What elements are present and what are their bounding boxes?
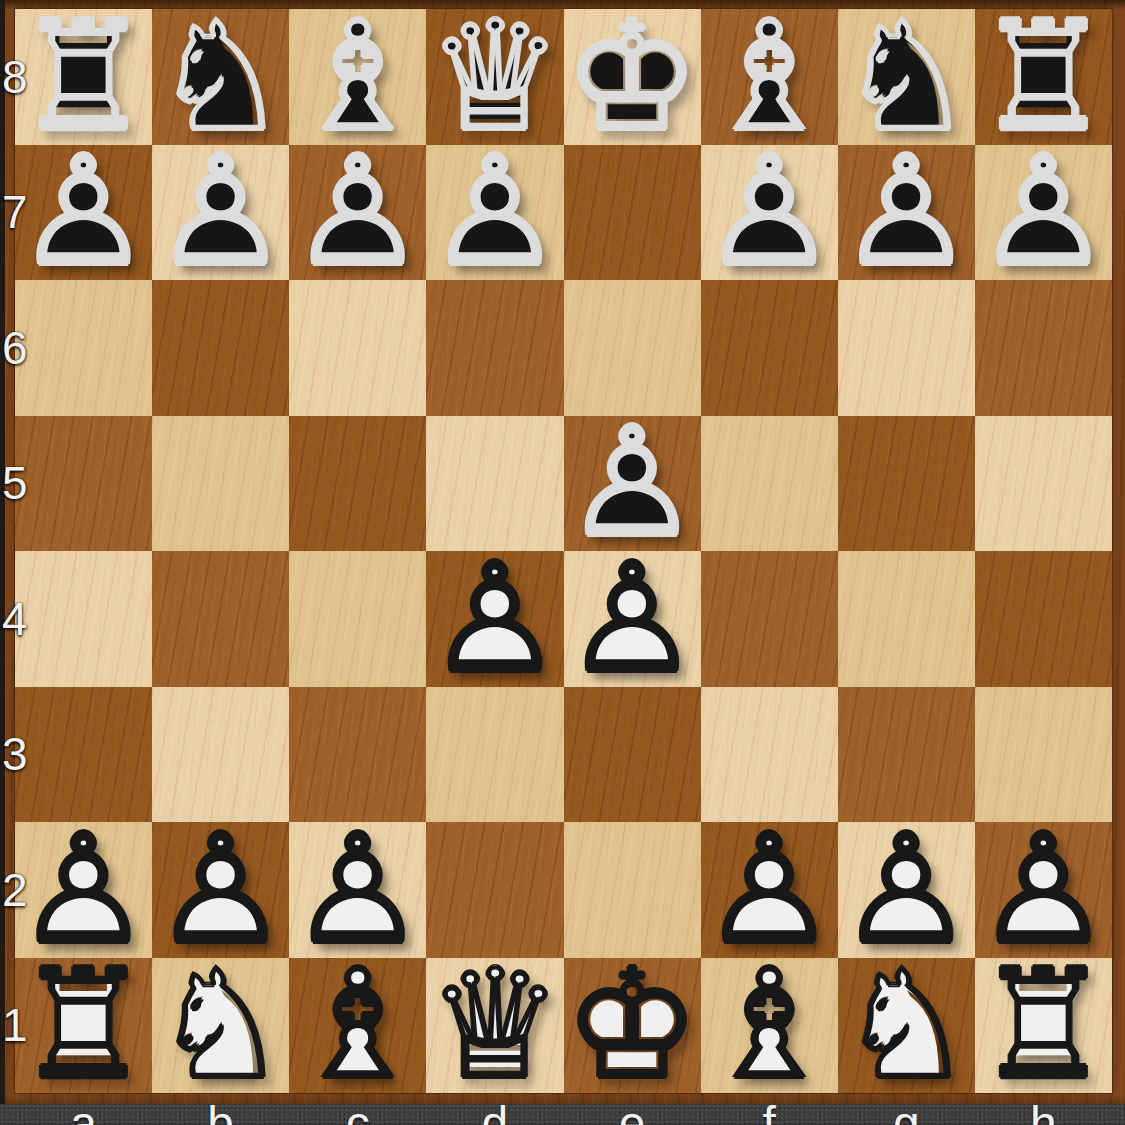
- square-a5[interactable]: [15, 416, 152, 552]
- piece-outline-detail: ♔: [564, 958, 701, 1094]
- piece-outline-detail: ♘: [838, 9, 975, 145]
- square-e5[interactable]: ♟♙: [564, 416, 701, 552]
- piece-outline-detail: ♙: [701, 145, 838, 281]
- piece-silhouette: ♟: [289, 145, 426, 281]
- piece-silhouette: ♞: [838, 9, 975, 145]
- piece-outline-detail: ♖: [15, 958, 152, 1094]
- piece-black-pawn[interactable]: ♟♙: [152, 145, 289, 281]
- piece-white-pawn[interactable]: ♟♙: [564, 551, 701, 687]
- piece-outline-detail: ♘: [152, 958, 289, 1094]
- square-d3[interactable]: [426, 687, 563, 823]
- piece-outline-detail: ♙: [564, 551, 701, 687]
- board-frame-left-edge: [0, 0, 5, 1104]
- square-f6[interactable]: [701, 280, 838, 416]
- piece-silhouette: ♞: [838, 958, 975, 1094]
- square-a6[interactable]: [15, 280, 152, 416]
- chess-board: ♜♖♞♘♝♗♛♕♚♔♝♗♞♘♜♖♟♙♟♙♟♙♟♙♟♙♟♙♟♙♟♙♟♙♟♙♟♙♟♙…: [15, 9, 1112, 1093]
- piece-black-rook[interactable]: ♜♖: [15, 9, 152, 145]
- piece-outline-detail: ♙: [564, 416, 701, 552]
- piece-white-king[interactable]: ♚♔: [564, 958, 701, 1094]
- square-f4[interactable]: [701, 551, 838, 687]
- piece-silhouette: ♝: [701, 958, 838, 1094]
- piece-white-pawn[interactable]: ♟♙: [289, 822, 426, 958]
- piece-outline-detail: ♙: [838, 145, 975, 281]
- piece-outline-detail: ♔: [564, 9, 701, 145]
- piece-outline-detail: ♙: [426, 145, 563, 281]
- piece-silhouette: ♜: [975, 958, 1112, 1094]
- piece-silhouette: ♟: [152, 822, 289, 958]
- square-d6[interactable]: [426, 280, 563, 416]
- square-f3[interactable]: [701, 687, 838, 823]
- square-h5[interactable]: [975, 416, 1112, 552]
- piece-silhouette: ♟: [15, 822, 152, 958]
- square-g7[interactable]: ♟♙: [838, 145, 975, 281]
- piece-outline-detail: ♙: [701, 822, 838, 958]
- piece-outline-detail: ♘: [152, 9, 289, 145]
- piece-outline-detail: ♖: [975, 958, 1112, 1094]
- square-a4[interactable]: [15, 551, 152, 687]
- piece-black-bishop[interactable]: ♝♗: [289, 9, 426, 145]
- chess-app-screen: ♜♖♞♘♝♗♛♕♚♔♝♗♞♘♜♖♟♙♟♙♟♙♟♙♟♙♟♙♟♙♟♙♟♙♟♙♟♙♟♙…: [0, 0, 1125, 1125]
- file-label-strip: [0, 1104, 1125, 1125]
- piece-silhouette: ♟: [975, 145, 1112, 281]
- piece-outline-detail: ♙: [152, 822, 289, 958]
- square-h6[interactable]: [975, 280, 1112, 416]
- square-d8[interactable]: ♛♕: [426, 9, 563, 145]
- square-g4[interactable]: [838, 551, 975, 687]
- piece-black-rook[interactable]: ♜♖: [975, 9, 1112, 145]
- piece-white-rook[interactable]: ♜♖: [15, 958, 152, 1094]
- square-g6[interactable]: [838, 280, 975, 416]
- piece-white-pawn[interactable]: ♟♙: [701, 822, 838, 958]
- piece-outline-detail: ♙: [289, 822, 426, 958]
- square-b4[interactable]: [152, 551, 289, 687]
- piece-silhouette: ♞: [152, 958, 289, 1094]
- piece-silhouette: ♝: [701, 9, 838, 145]
- square-g8[interactable]: ♞♘: [838, 9, 975, 145]
- piece-silhouette: ♟: [152, 145, 289, 281]
- piece-white-bishop[interactable]: ♝♗: [289, 958, 426, 1094]
- piece-silhouette: ♛: [426, 9, 563, 145]
- square-d5[interactable]: [426, 416, 563, 552]
- piece-silhouette: ♟: [564, 416, 701, 552]
- piece-black-queen[interactable]: ♛♕: [426, 9, 563, 145]
- piece-silhouette: ♟: [701, 822, 838, 958]
- piece-black-pawn[interactable]: ♟♙: [975, 145, 1112, 281]
- square-a8[interactable]: ♜♖: [15, 9, 152, 145]
- piece-silhouette: ♟: [975, 822, 1112, 958]
- piece-outline-detail: ♗: [289, 958, 426, 1094]
- square-a1[interactable]: ♜♖: [15, 958, 152, 1094]
- square-f8[interactable]: ♝♗: [701, 9, 838, 145]
- piece-outline-detail: ♗: [289, 9, 426, 145]
- square-c6[interactable]: [289, 280, 426, 416]
- square-b3[interactable]: [152, 687, 289, 823]
- piece-outline-detail: ♙: [426, 551, 563, 687]
- piece-white-rook[interactable]: ♜♖: [975, 958, 1112, 1094]
- piece-black-pawn[interactable]: ♟♙: [564, 416, 701, 552]
- square-d7[interactable]: ♟♙: [426, 145, 563, 281]
- piece-black-bishop[interactable]: ♝♗: [701, 9, 838, 145]
- square-g5[interactable]: [838, 416, 975, 552]
- piece-outline-detail: ♖: [15, 9, 152, 145]
- piece-silhouette: ♟: [701, 145, 838, 281]
- piece-white-pawn[interactable]: ♟♙: [15, 822, 152, 958]
- piece-silhouette: ♜: [15, 958, 152, 1094]
- square-h8[interactable]: ♜♖: [975, 9, 1112, 145]
- piece-silhouette: ♞: [152, 9, 289, 145]
- square-e6[interactable]: [564, 280, 701, 416]
- square-f2[interactable]: ♟♙: [701, 822, 838, 958]
- square-b2[interactable]: ♟♙: [152, 822, 289, 958]
- square-d1[interactable]: ♛♕: [426, 958, 563, 1094]
- piece-outline-detail: ♕: [426, 958, 563, 1094]
- piece-white-knight[interactable]: ♞♘: [152, 958, 289, 1094]
- piece-silhouette: ♚: [564, 958, 701, 1094]
- square-a2[interactable]: ♟♙: [15, 822, 152, 958]
- piece-black-pawn[interactable]: ♟♙: [15, 145, 152, 281]
- square-c7[interactable]: ♟♙: [289, 145, 426, 281]
- piece-outline-detail: ♙: [152, 145, 289, 281]
- piece-outline-detail: ♗: [701, 9, 838, 145]
- piece-white-bishop[interactable]: ♝♗: [701, 958, 838, 1094]
- square-c1[interactable]: ♝♗: [289, 958, 426, 1094]
- square-d4[interactable]: ♟♙: [426, 551, 563, 687]
- square-b1[interactable]: ♞♘: [152, 958, 289, 1094]
- piece-silhouette: ♟: [426, 145, 563, 281]
- piece-white-knight[interactable]: ♞♘: [838, 958, 975, 1094]
- square-g3[interactable]: [838, 687, 975, 823]
- piece-silhouette: ♟: [838, 145, 975, 281]
- piece-silhouette: ♝: [289, 9, 426, 145]
- square-c3[interactable]: [289, 687, 426, 823]
- square-e2[interactable]: [564, 822, 701, 958]
- square-c2[interactable]: ♟♙: [289, 822, 426, 958]
- square-h4[interactable]: [975, 551, 1112, 687]
- piece-white-queen[interactable]: ♛♕: [426, 958, 563, 1094]
- square-e4[interactable]: ♟♙: [564, 551, 701, 687]
- piece-white-pawn[interactable]: ♟♙: [838, 822, 975, 958]
- square-a3[interactable]: [15, 687, 152, 823]
- piece-black-pawn[interactable]: ♟♙: [426, 145, 563, 281]
- square-e3[interactable]: [564, 687, 701, 823]
- square-b5[interactable]: [152, 416, 289, 552]
- square-h3[interactable]: [975, 687, 1112, 823]
- square-g1[interactable]: ♞♘: [838, 958, 975, 1094]
- piece-silhouette: ♟: [289, 822, 426, 958]
- piece-black-king[interactable]: ♚♔: [564, 9, 701, 145]
- piece-silhouette: ♜: [15, 9, 152, 145]
- piece-black-knight[interactable]: ♞♘: [838, 9, 975, 145]
- piece-white-pawn[interactable]: ♟♙: [975, 822, 1112, 958]
- square-b8[interactable]: ♞♘: [152, 9, 289, 145]
- piece-outline-detail: ♗: [701, 958, 838, 1094]
- square-e7[interactable]: [564, 145, 701, 281]
- square-g2[interactable]: ♟♙: [838, 822, 975, 958]
- piece-silhouette: ♟: [15, 145, 152, 281]
- square-d2[interactable]: [426, 822, 563, 958]
- square-e1[interactable]: ♚♔: [564, 958, 701, 1094]
- piece-outline-detail: ♙: [289, 145, 426, 281]
- piece-black-pawn[interactable]: ♟♙: [289, 145, 426, 281]
- piece-silhouette: ♟: [838, 822, 975, 958]
- square-h1[interactable]: ♜♖: [975, 958, 1112, 1094]
- square-h2[interactable]: ♟♙: [975, 822, 1112, 958]
- piece-silhouette: ♝: [289, 958, 426, 1094]
- square-c5[interactable]: [289, 416, 426, 552]
- piece-black-pawn[interactable]: ♟♙: [701, 145, 838, 281]
- piece-outline-detail: ♙: [15, 822, 152, 958]
- piece-black-pawn[interactable]: ♟♙: [838, 145, 975, 281]
- square-a7[interactable]: ♟♙: [15, 145, 152, 281]
- piece-silhouette: ♜: [975, 9, 1112, 145]
- piece-outline-detail: ♙: [15, 145, 152, 281]
- piece-outline-detail: ♘: [838, 958, 975, 1094]
- piece-outline-detail: ♙: [975, 145, 1112, 281]
- square-f5[interactable]: [701, 416, 838, 552]
- piece-silhouette: ♟: [426, 551, 563, 687]
- square-b7[interactable]: ♟♙: [152, 145, 289, 281]
- piece-outline-detail: ♙: [975, 822, 1112, 958]
- piece-outline-detail: ♙: [838, 822, 975, 958]
- square-f1[interactable]: ♝♗: [701, 958, 838, 1094]
- piece-outline-detail: ♕: [426, 9, 563, 145]
- piece-outline-detail: ♖: [975, 9, 1112, 145]
- square-b6[interactable]: [152, 280, 289, 416]
- piece-black-knight[interactable]: ♞♘: [152, 9, 289, 145]
- square-f7[interactable]: ♟♙: [701, 145, 838, 281]
- piece-silhouette: ♟: [564, 551, 701, 687]
- piece-white-pawn[interactable]: ♟♙: [426, 551, 563, 687]
- square-c4[interactable]: [289, 551, 426, 687]
- square-e8[interactable]: ♚♔: [564, 9, 701, 145]
- piece-silhouette: ♚: [564, 9, 701, 145]
- piece-white-pawn[interactable]: ♟♙: [152, 822, 289, 958]
- square-c8[interactable]: ♝♗: [289, 9, 426, 145]
- piece-silhouette: ♛: [426, 958, 563, 1094]
- square-h7[interactable]: ♟♙: [975, 145, 1112, 281]
